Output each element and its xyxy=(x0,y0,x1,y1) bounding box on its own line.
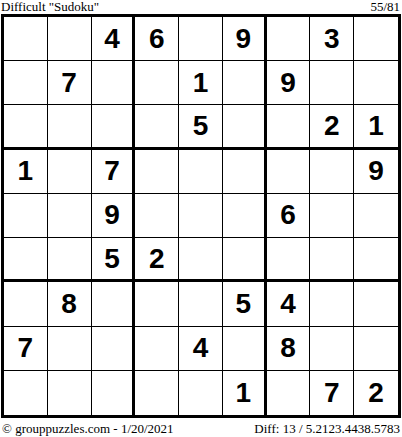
cell-r3c2[interactable] xyxy=(48,105,92,149)
cell-r4c7[interactable] xyxy=(267,150,311,194)
cell-r1c6: 9 xyxy=(223,17,267,61)
footer: © grouppuzzles.com - 1/20/2021 Diff: 13 … xyxy=(0,418,402,437)
cell-r9c5[interactable] xyxy=(179,371,223,415)
cell-r4c2[interactable] xyxy=(48,150,92,194)
cell-r8c3[interactable] xyxy=(92,327,136,371)
cell-r1c1[interactable] xyxy=(4,17,48,61)
cell-r4c4[interactable] xyxy=(135,150,179,194)
cell-r7c8[interactable] xyxy=(310,282,354,326)
cell-r5c5[interactable] xyxy=(179,194,223,238)
cell-r3c7[interactable] xyxy=(267,105,311,149)
cell-r5c9[interactable] xyxy=(354,194,398,238)
cell-r2c6[interactable] xyxy=(223,61,267,105)
cell-r8c2[interactable] xyxy=(48,327,92,371)
cell-r5c1[interactable] xyxy=(4,194,48,238)
cell-r3c3[interactable] xyxy=(92,105,136,149)
cell-r4c3: 7 xyxy=(92,150,136,194)
cell-r1c9[interactable] xyxy=(354,17,398,61)
cell-r3c5: 5 xyxy=(179,105,223,149)
cell-r1c7[interactable] xyxy=(267,17,311,61)
cell-r7c6: 5 xyxy=(223,282,267,326)
copyright-text: © grouppuzzles.com - 1/20/2021 xyxy=(2,421,174,437)
cell-r7c3[interactable] xyxy=(92,282,136,326)
cell-r7c9[interactable] xyxy=(354,282,398,326)
cell-r6c5[interactable] xyxy=(179,238,223,282)
header: Difficult "Sudoku" 55/81 xyxy=(0,0,402,14)
cell-r7c1[interactable] xyxy=(4,282,48,326)
cell-r9c4[interactable] xyxy=(135,371,179,415)
cell-r5c3: 9 xyxy=(92,194,136,238)
cell-r6c4: 2 xyxy=(135,238,179,282)
cell-r4c9: 9 xyxy=(354,150,398,194)
cell-r2c8[interactable] xyxy=(310,61,354,105)
cell-r4c1: 1 xyxy=(4,150,48,194)
blank-counter: 55/81 xyxy=(370,0,400,14)
cell-r4c8[interactable] xyxy=(310,150,354,194)
cell-r2c7: 9 xyxy=(267,61,311,105)
cell-r3c6[interactable] xyxy=(223,105,267,149)
cell-r6c7[interactable] xyxy=(267,238,311,282)
cell-r6c3: 5 xyxy=(92,238,136,282)
cell-r1c8: 3 xyxy=(310,17,354,61)
cell-r9c8: 7 xyxy=(310,371,354,415)
cell-r8c5: 4 xyxy=(179,327,223,371)
cell-r2c3[interactable] xyxy=(92,61,136,105)
sudoku-board: 46937195211799652854748172 xyxy=(1,14,401,418)
cell-r4c5[interactable] xyxy=(179,150,223,194)
cell-r3c9: 1 xyxy=(354,105,398,149)
cell-r8c6[interactable] xyxy=(223,327,267,371)
cell-r5c7: 6 xyxy=(267,194,311,238)
cell-r8c4[interactable] xyxy=(135,327,179,371)
cell-r3c8: 2 xyxy=(310,105,354,149)
cell-r5c6[interactable] xyxy=(223,194,267,238)
difficulty-text: Diff: 13 / 5.2123.4438.5783 xyxy=(254,421,400,437)
cell-r1c2[interactable] xyxy=(48,17,92,61)
cell-r9c6: 1 xyxy=(223,371,267,415)
cell-r1c5[interactable] xyxy=(179,17,223,61)
cell-r6c9[interactable] xyxy=(354,238,398,282)
cell-r1c3: 4 xyxy=(92,17,136,61)
cell-r6c8[interactable] xyxy=(310,238,354,282)
puzzle-title: Difficult "Sudoku" xyxy=(1,0,99,14)
cell-r6c1[interactable] xyxy=(4,238,48,282)
cell-r2c1[interactable] xyxy=(4,61,48,105)
cell-r2c5: 1 xyxy=(179,61,223,105)
cell-r4c6[interactable] xyxy=(223,150,267,194)
cell-r9c7[interactable] xyxy=(267,371,311,415)
cell-r8c1: 7 xyxy=(4,327,48,371)
cell-r9c9: 2 xyxy=(354,371,398,415)
cell-r7c5[interactable] xyxy=(179,282,223,326)
cell-r8c9[interactable] xyxy=(354,327,398,371)
cell-r3c4[interactable] xyxy=(135,105,179,149)
cell-r7c2: 8 xyxy=(48,282,92,326)
cell-r2c9[interactable] xyxy=(354,61,398,105)
cell-r8c7: 8 xyxy=(267,327,311,371)
cell-r9c2[interactable] xyxy=(48,371,92,415)
cell-r3c1[interactable] xyxy=(4,105,48,149)
cell-r5c4[interactable] xyxy=(135,194,179,238)
cell-r8c8[interactable] xyxy=(310,327,354,371)
cell-r2c4[interactable] xyxy=(135,61,179,105)
cell-r7c4[interactable] xyxy=(135,282,179,326)
cell-r5c8[interactable] xyxy=(310,194,354,238)
cell-r6c2[interactable] xyxy=(48,238,92,282)
cell-r7c7: 4 xyxy=(267,282,311,326)
cell-r2c2: 7 xyxy=(48,61,92,105)
cell-r1c4: 6 xyxy=(135,17,179,61)
cell-r9c3[interactable] xyxy=(92,371,136,415)
puzzle-page: Difficult "Sudoku" 55/81 469371952117996… xyxy=(0,0,402,437)
cell-r5c2[interactable] xyxy=(48,194,92,238)
cell-r6c6[interactable] xyxy=(223,238,267,282)
cell-r9c1[interactable] xyxy=(4,371,48,415)
